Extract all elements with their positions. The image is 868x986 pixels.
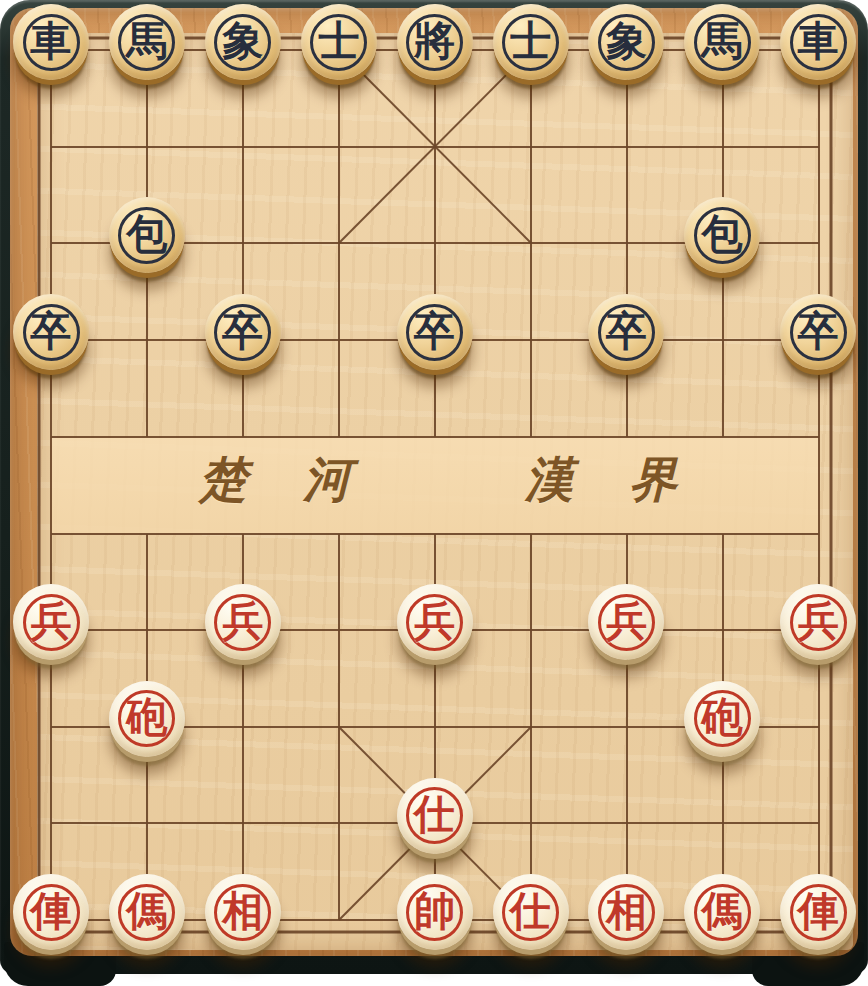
piece-red-advisor-right[interactable]: 仕 — [493, 874, 569, 950]
piece-red-advisor-center[interactable]: 仕 — [397, 778, 473, 854]
piece-ring: 俥 — [23, 884, 80, 941]
piece-black-horse-right[interactable]: 馬 — [684, 4, 760, 80]
piece-black-soldier-5[interactable]: 卒 — [780, 294, 856, 370]
piece-black-cannon-left[interactable]: 包 — [109, 197, 185, 273]
piece-glyph: 帥 — [414, 891, 455, 932]
piece-red-general[interactable]: 帥 — [397, 874, 473, 950]
piece-ring: 兵 — [214, 594, 271, 651]
piece-glyph: 仕 — [510, 891, 551, 932]
piece-ring: 兵 — [598, 594, 655, 651]
piece-black-advisor-left[interactable]: 士 — [301, 4, 377, 80]
piece-black-chariot-right[interactable]: 車 — [780, 4, 856, 80]
piece-glyph: 兵 — [606, 601, 647, 642]
piece-glyph: 砲 — [702, 697, 743, 738]
piece-red-soldier-5[interactable]: 兵 — [780, 584, 856, 660]
piece-glyph: 相 — [606, 891, 647, 932]
piece-ring: 卒 — [598, 304, 655, 361]
piece-ring: 兵 — [23, 594, 80, 651]
piece-glyph: 傌 — [702, 891, 743, 932]
piece-ring: 包 — [694, 207, 751, 264]
piece-glyph: 士 — [510, 21, 551, 62]
piece-red-cannon-left[interactable]: 砲 — [109, 681, 185, 757]
piece-glyph: 仕 — [414, 794, 455, 835]
piece-ring: 兵 — [406, 594, 463, 651]
piece-red-soldier-2[interactable]: 兵 — [205, 584, 281, 660]
piece-red-chariot-left[interactable]: 俥 — [13, 874, 89, 950]
xiangqi-board: 楚河 漢界 — [0, 0, 868, 986]
piece-ring: 仕 — [406, 787, 463, 844]
piece-glyph: 兵 — [31, 601, 72, 642]
piece-black-soldier-1[interactable]: 卒 — [13, 294, 89, 370]
piece-ring: 砲 — [118, 690, 175, 747]
piece-ring: 兵 — [790, 594, 847, 651]
piece-ring: 車 — [790, 14, 847, 71]
piece-black-elephant-right[interactable]: 象 — [588, 4, 664, 80]
piece-red-horse-right[interactable]: 傌 — [684, 874, 760, 950]
piece-ring: 傌 — [118, 884, 175, 941]
piece-black-general[interactable]: 將 — [397, 4, 473, 80]
piece-glyph: 兵 — [222, 601, 263, 642]
piece-black-elephant-left[interactable]: 象 — [205, 4, 281, 80]
piece-red-elephant-left[interactable]: 相 — [205, 874, 281, 950]
piece-ring: 卒 — [406, 304, 463, 361]
piece-glyph: 兵 — [414, 601, 455, 642]
piece-glyph: 卒 — [798, 311, 839, 352]
piece-glyph: 卒 — [414, 311, 455, 352]
piece-glyph: 兵 — [798, 601, 839, 642]
piece-black-soldier-4[interactable]: 卒 — [588, 294, 664, 370]
piece-ring: 相 — [214, 884, 271, 941]
piece-red-soldier-1[interactable]: 兵 — [13, 584, 89, 660]
piece-black-advisor-right[interactable]: 士 — [493, 4, 569, 80]
piece-glyph: 俥 — [31, 891, 72, 932]
piece-ring: 卒 — [214, 304, 271, 361]
piece-ring: 砲 — [694, 690, 751, 747]
piece-ring: 象 — [598, 14, 655, 71]
piece-glyph: 俥 — [798, 891, 839, 932]
piece-ring: 傌 — [694, 884, 751, 941]
piece-ring: 卒 — [23, 304, 80, 361]
piece-black-horse-left[interactable]: 馬 — [109, 4, 185, 80]
piece-black-cannon-right[interactable]: 包 — [684, 197, 760, 273]
piece-ring: 馬 — [118, 14, 175, 71]
piece-black-soldier-3[interactable]: 卒 — [397, 294, 473, 370]
pieces-layer: 車馬象士將士象馬車包包卒卒卒卒卒兵兵兵兵兵砲砲仕俥傌相帥仕相傌俥 — [0, 0, 868, 986]
piece-red-cannon-right[interactable]: 砲 — [684, 681, 760, 757]
piece-glyph: 卒 — [31, 311, 72, 352]
piece-glyph: 卒 — [222, 311, 263, 352]
piece-ring: 俥 — [790, 884, 847, 941]
piece-glyph: 相 — [222, 891, 263, 932]
piece-glyph: 包 — [702, 214, 743, 255]
piece-ring: 將 — [406, 14, 463, 71]
piece-ring: 車 — [23, 14, 80, 71]
piece-ring: 士 — [310, 14, 367, 71]
piece-glyph: 象 — [222, 21, 263, 62]
piece-black-soldier-2[interactable]: 卒 — [205, 294, 281, 370]
piece-ring: 馬 — [694, 14, 751, 71]
piece-red-soldier-4[interactable]: 兵 — [588, 584, 664, 660]
piece-red-soldier-3[interactable]: 兵 — [397, 584, 473, 660]
piece-glyph: 卒 — [606, 311, 647, 352]
piece-glyph: 象 — [606, 21, 647, 62]
piece-glyph: 車 — [31, 21, 72, 62]
piece-red-elephant-right[interactable]: 相 — [588, 874, 664, 950]
piece-ring: 相 — [598, 884, 655, 941]
piece-ring: 包 — [118, 207, 175, 264]
piece-red-chariot-right[interactable]: 俥 — [780, 874, 856, 950]
piece-ring: 象 — [214, 14, 271, 71]
piece-glyph: 馬 — [126, 21, 167, 62]
piece-ring: 帥 — [406, 884, 463, 941]
piece-glyph: 將 — [414, 21, 455, 62]
piece-black-chariot-left[interactable]: 車 — [13, 4, 89, 80]
piece-ring: 士 — [502, 14, 559, 71]
piece-red-horse-left[interactable]: 傌 — [109, 874, 185, 950]
piece-glyph: 馬 — [702, 21, 743, 62]
piece-glyph: 傌 — [126, 891, 167, 932]
piece-glyph: 砲 — [126, 697, 167, 738]
piece-glyph: 車 — [798, 21, 839, 62]
piece-ring: 仕 — [502, 884, 559, 941]
piece-glyph: 士 — [318, 21, 359, 62]
piece-ring: 卒 — [790, 304, 847, 361]
piece-glyph: 包 — [126, 214, 167, 255]
